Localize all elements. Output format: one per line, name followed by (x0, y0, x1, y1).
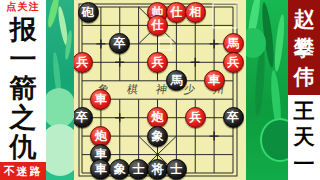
piece-red-兵[interactable]: 兵 (147, 52, 168, 73)
left-panel: 点关注 报 一 箭 之 仇 不迷路 (0, 0, 46, 180)
title-char: 一 (10, 45, 37, 72)
piece-red-車[interactable]: 車 (90, 89, 111, 110)
name-char: 天 (294, 126, 315, 148)
piece-black-馬[interactable]: 馬 (166, 70, 187, 91)
piece-red-兵[interactable]: 兵 (223, 52, 244, 73)
piece-red-相[interactable]: 相 (185, 2, 206, 23)
title-char: 箭 (10, 74, 37, 101)
xiangqi-board: 象 棋 神 少 州 帅仕相仕馬兵兵兵車車炮兵炮砲卒馬卒卒象車車象士将士 (74, 0, 246, 180)
piece-black-将[interactable]: 将 (147, 159, 168, 180)
piece-red-炮[interactable]: 炮 (147, 107, 168, 128)
willow-bush (260, 118, 288, 162)
piece-red-兵[interactable]: 兵 (72, 52, 93, 73)
piece-black-卒[interactable]: 卒 (223, 107, 244, 128)
piece-red-仕[interactable]: 仕 (166, 2, 187, 23)
name-char: 赵 (294, 8, 315, 30)
title-char: 仇 (10, 133, 37, 160)
willow-strip-right (246, 0, 288, 180)
dont-get-lost-badge: 不迷路 (0, 162, 46, 180)
piece-black-士[interactable]: 士 (128, 159, 149, 180)
piece-black-卒[interactable]: 卒 (72, 107, 93, 128)
video-title: 报 一 箭 之 仇 (0, 15, 46, 161)
piece-red-兵[interactable]: 兵 (185, 107, 206, 128)
piece-layer: 帅仕相仕馬兵兵兵車車炮兵炮砲卒馬卒卒象車車象士将士 (73, 0, 243, 180)
follow-label: 点关注 (0, 0, 46, 14)
name-char: 攀 (294, 37, 315, 59)
name-char: 一 (294, 153, 315, 175)
piece-red-車[interactable]: 車 (204, 70, 225, 91)
piece-red-仕[interactable]: 仕 (147, 15, 168, 36)
player-name-black: 王 天 一 (288, 95, 320, 180)
title-char: 之 (10, 104, 37, 131)
willow-bush (46, 124, 74, 176)
piece-black-象[interactable]: 象 (147, 126, 168, 147)
piece-black-象[interactable]: 象 (109, 159, 130, 180)
piece-black-卒[interactable]: 卒 (109, 33, 130, 54)
piece-black-士[interactable]: 士 (166, 159, 187, 180)
title-char: 报 (10, 16, 37, 43)
willow-bush (46, 88, 74, 128)
name-char: 王 (294, 100, 315, 122)
piece-black-車[interactable]: 車 (90, 159, 111, 180)
willow-strip-left (46, 0, 74, 180)
thumbnail: 点关注 报 一 箭 之 仇 不迷路 (0, 0, 320, 180)
willow-leaf (273, 14, 286, 72)
name-char: 伟 (294, 66, 315, 88)
player-name-red: 赵 攀 伟 (288, 0, 320, 95)
piece-black-砲[interactable]: 砲 (78, 2, 99, 23)
